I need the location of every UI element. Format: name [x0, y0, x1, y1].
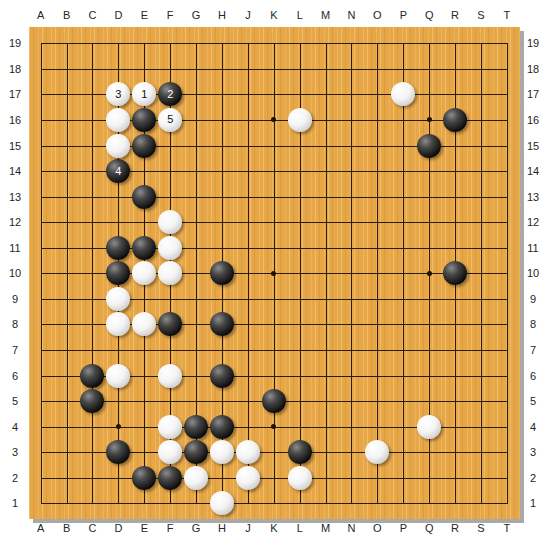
stone-black-D10	[106, 261, 130, 285]
row-label-left-11: 11	[9, 242, 20, 254]
col-label-bottom-M: M	[321, 522, 330, 534]
row-label-left-17: 17	[9, 88, 21, 100]
row-label-left-3: 3	[12, 446, 18, 458]
stone-black-E15	[132, 134, 156, 158]
col-label-bottom-P: P	[400, 522, 407, 534]
col-label-top-S: S	[477, 9, 484, 21]
row-label-right-9: 9	[530, 293, 536, 305]
stone-white-F4	[158, 415, 182, 439]
stone-black-R10	[443, 261, 467, 285]
stone-white-L16	[288, 108, 312, 132]
row-label-left-9: 9	[12, 293, 18, 305]
col-label-top-O: O	[373, 9, 382, 21]
stone-black-G3	[184, 440, 208, 464]
row-label-right-4: 4	[530, 421, 536, 433]
stone-white-H1	[210, 491, 234, 515]
row-label-right-19: 19	[527, 37, 539, 49]
stone-black-E16	[132, 108, 156, 132]
row-label-right-15: 15	[527, 140, 539, 152]
stone-white-D6	[106, 364, 130, 388]
grid-line-vertical	[377, 43, 378, 504]
col-label-top-P: P	[400, 9, 407, 21]
stone-white-D16	[106, 108, 130, 132]
row-label-right-6: 6	[530, 370, 536, 382]
row-label-right-13: 13	[527, 191, 539, 203]
grid-line-vertical	[351, 43, 352, 504]
col-label-bottom-A: A	[37, 522, 44, 534]
col-label-bottom-J: J	[245, 522, 251, 534]
row-label-left-7: 7	[12, 344, 18, 356]
stone-white-F12	[158, 210, 182, 234]
stone-black-D3	[106, 440, 130, 464]
col-label-bottom-D: D	[114, 522, 122, 534]
stone-black-H8	[210, 312, 234, 336]
stone-white-D9	[106, 287, 130, 311]
stone-white-E8	[132, 312, 156, 336]
stone-black-H4	[210, 415, 234, 439]
stone-white-Q4	[417, 415, 441, 439]
stone-black-H6	[210, 364, 234, 388]
row-label-right-8: 8	[530, 318, 536, 330]
star-point-K16	[271, 117, 276, 122]
col-label-bottom-N: N	[348, 522, 356, 534]
row-label-left-12: 12	[9, 216, 21, 228]
stone-black-F8	[158, 312, 182, 336]
stone-white-O3	[365, 440, 389, 464]
stone-white-D15	[106, 134, 130, 158]
col-label-bottom-S: S	[477, 522, 484, 534]
col-label-bottom-O: O	[373, 522, 382, 534]
row-label-right-12: 12	[527, 216, 539, 228]
star-point-D4	[116, 424, 121, 429]
row-label-right-5: 5	[530, 395, 536, 407]
col-label-top-R: R	[451, 9, 459, 21]
row-label-right-2: 2	[530, 472, 536, 484]
col-label-bottom-G: G	[192, 522, 201, 534]
row-label-right-16: 16	[527, 114, 539, 126]
row-label-left-10: 10	[9, 267, 21, 279]
stone-black-L3	[288, 440, 312, 464]
board-grid[interactable]: 24315	[41, 43, 508, 504]
col-label-bottom-H: H	[218, 522, 226, 534]
row-label-left-18: 18	[9, 63, 21, 75]
row-label-left-2: 2	[12, 472, 18, 484]
col-label-top-B: B	[63, 9, 70, 21]
row-label-right-7: 7	[530, 344, 536, 356]
stone-black-F2	[158, 466, 182, 490]
stone-black-D14: 4	[106, 159, 130, 183]
stone-black-E11	[132, 236, 156, 260]
go-diagram-page: 24315 AABBCCDDEEFFGGHHJJKKLLMMNNOOPPQQRR…	[0, 0, 550, 550]
col-label-top-L: L	[297, 9, 303, 21]
grid-line-vertical	[326, 43, 327, 504]
grid-line-vertical	[481, 43, 482, 504]
stone-white-F10	[158, 261, 182, 285]
row-label-right-18: 18	[527, 63, 539, 75]
move-number-label: 3	[115, 89, 121, 100]
col-label-bottom-L: L	[297, 522, 303, 534]
row-label-left-16: 16	[9, 114, 21, 126]
stone-black-D11	[106, 236, 130, 260]
col-label-top-C: C	[89, 9, 97, 21]
stone-black-E2	[132, 466, 156, 490]
stone-white-E17: 1	[132, 82, 156, 106]
go-board[interactable]: 24315	[29, 27, 520, 519]
col-label-top-J: J	[245, 9, 251, 21]
grid-line-vertical	[403, 43, 404, 504]
stone-white-F16: 5	[158, 108, 182, 132]
star-point-Q16	[427, 117, 432, 122]
grid-line-horizontal	[41, 350, 508, 351]
stone-white-E10	[132, 261, 156, 285]
col-label-top-N: N	[348, 9, 356, 21]
move-number-label: 4	[115, 166, 121, 177]
row-label-right-1: 1	[530, 497, 536, 509]
col-label-bottom-C: C	[89, 522, 97, 534]
col-label-bottom-B: B	[63, 522, 70, 534]
stone-white-D17: 3	[106, 82, 130, 106]
row-label-right-14: 14	[527, 165, 539, 177]
row-label-left-4: 4	[12, 421, 18, 433]
stone-black-K5	[262, 389, 286, 413]
move-number-label: 5	[167, 114, 173, 125]
stone-white-D8	[106, 312, 130, 336]
col-label-bottom-F: F	[167, 522, 174, 534]
col-label-bottom-T: T	[504, 522, 511, 534]
grid-line-horizontal	[41, 478, 508, 479]
stone-black-F17: 2	[158, 82, 182, 106]
col-label-top-K: K	[270, 9, 277, 21]
grid-line-vertical	[507, 43, 508, 504]
stone-white-P17	[391, 82, 415, 106]
star-point-K4	[271, 424, 276, 429]
stone-black-C5	[80, 389, 104, 413]
row-label-right-17: 17	[527, 88, 539, 100]
row-label-left-5: 5	[12, 395, 18, 407]
col-label-top-G: G	[192, 9, 201, 21]
star-point-Q10	[427, 271, 432, 276]
stone-black-C6	[80, 364, 104, 388]
row-label-left-13: 13	[9, 191, 21, 203]
stone-black-R16	[443, 108, 467, 132]
move-number-label: 2	[167, 89, 173, 100]
col-label-top-Q: Q	[425, 9, 434, 21]
col-label-top-D: D	[114, 9, 122, 21]
col-label-top-A: A	[37, 9, 44, 21]
stone-white-H3	[210, 440, 234, 464]
stone-white-F3	[158, 440, 182, 464]
row-label-left-14: 14	[9, 165, 21, 177]
move-number-label: 1	[141, 89, 147, 100]
col-label-bottom-R: R	[451, 522, 459, 534]
row-label-left-1: 1	[12, 497, 18, 509]
col-label-top-F: F	[167, 9, 174, 21]
stone-white-L2	[288, 466, 312, 490]
row-label-right-10: 10	[527, 267, 539, 279]
row-label-left-8: 8	[12, 318, 18, 330]
col-label-top-E: E	[141, 9, 148, 21]
col-label-top-H: H	[218, 9, 226, 21]
stone-white-J3	[236, 440, 260, 464]
stone-black-G4	[184, 415, 208, 439]
stone-white-F11	[158, 236, 182, 260]
row-label-right-11: 11	[527, 242, 538, 254]
col-label-top-M: M	[321, 9, 330, 21]
col-label-bottom-E: E	[141, 522, 148, 534]
row-label-left-6: 6	[12, 370, 18, 382]
col-label-bottom-K: K	[270, 522, 277, 534]
row-label-right-3: 3	[530, 446, 536, 458]
stone-white-F6	[158, 364, 182, 388]
row-label-left-15: 15	[9, 140, 21, 152]
grid-line-horizontal	[41, 503, 508, 504]
col-label-top-T: T	[504, 9, 511, 21]
stone-black-Q15	[417, 134, 441, 158]
star-point-K10	[271, 271, 276, 276]
col-label-bottom-Q: Q	[425, 522, 434, 534]
stone-white-G2	[184, 466, 208, 490]
stone-black-E13	[132, 185, 156, 209]
row-label-left-19: 19	[9, 37, 21, 49]
stone-white-J2	[236, 466, 260, 490]
stone-black-H10	[210, 261, 234, 285]
